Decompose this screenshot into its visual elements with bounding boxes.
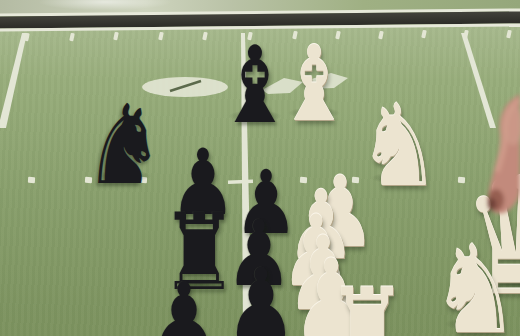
human-hand bbox=[0, 0, 520, 336]
football-chess-scene: ♞♝♟♜♟♟♟♟♝♞♟♟♟♟♟♜♞♛ bbox=[0, 0, 520, 336]
fingertip-dark-spot bbox=[488, 198, 496, 210]
hand-finger bbox=[488, 94, 520, 213]
